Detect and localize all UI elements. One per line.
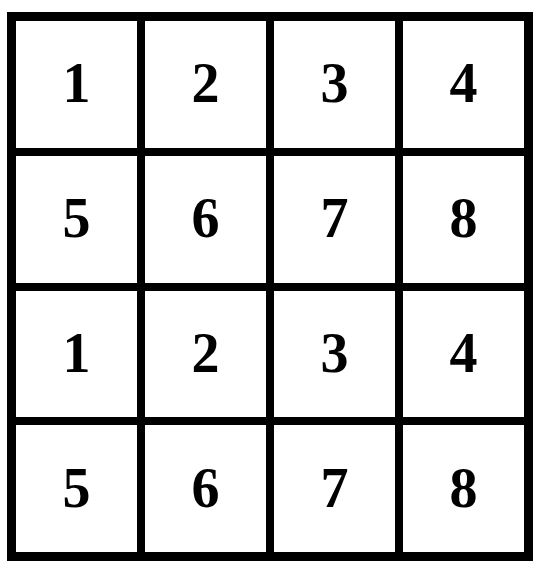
- cell-digit: 2: [192, 55, 220, 111]
- cell-digit: 8: [450, 460, 478, 516]
- grid-cell-r1c3: 8: [403, 156, 524, 283]
- grid-cell-r3c2: 7: [274, 425, 395, 552]
- cell-digit: 3: [321, 55, 349, 111]
- cell-digit: 4: [450, 55, 478, 111]
- cell-digit: 7: [321, 190, 349, 246]
- cell-digit: 1: [63, 325, 91, 381]
- cell-digit: 4: [450, 325, 478, 381]
- grid-cell-r2c1: 2: [145, 291, 266, 418]
- cell-digit: 8: [450, 190, 478, 246]
- cell-digit: 7: [321, 460, 349, 516]
- cell-digit: 1: [63, 55, 91, 111]
- cell-digit: 6: [192, 190, 220, 246]
- grid-cell-r3c0: 5: [16, 425, 137, 552]
- cell-digit: 5: [63, 190, 91, 246]
- grid-cell-r1c0: 5: [16, 156, 137, 283]
- grid-cell-r0c0: 1: [16, 21, 137, 148]
- cell-digit: 3: [321, 325, 349, 381]
- grid-cell-r1c1: 6: [145, 156, 266, 283]
- grid-cell-r3c1: 6: [145, 425, 266, 552]
- grid-cell-r2c0: 1: [16, 291, 137, 418]
- grid-cell-r3c3: 8: [403, 425, 524, 552]
- grid-cell-r2c2: 3: [274, 291, 395, 418]
- grid-cell-r2c3: 4: [403, 291, 524, 418]
- page: 1 2 3 4 5 6 7 8 1 2 3 4 5 6 7 8: [0, 0, 536, 565]
- board: 1 2 3 4 5 6 7 8 1 2 3 4 5 6 7 8: [7, 12, 533, 561]
- cell-digit: 6: [192, 460, 220, 516]
- grid-cell-r0c1: 2: [145, 21, 266, 148]
- cell-digit: 5: [63, 460, 91, 516]
- grid-cell-r0c3: 4: [403, 21, 524, 148]
- cell-digit: 2: [192, 325, 220, 381]
- grid-cell-r1c2: 7: [274, 156, 395, 283]
- grid-cell-r0c2: 3: [274, 21, 395, 148]
